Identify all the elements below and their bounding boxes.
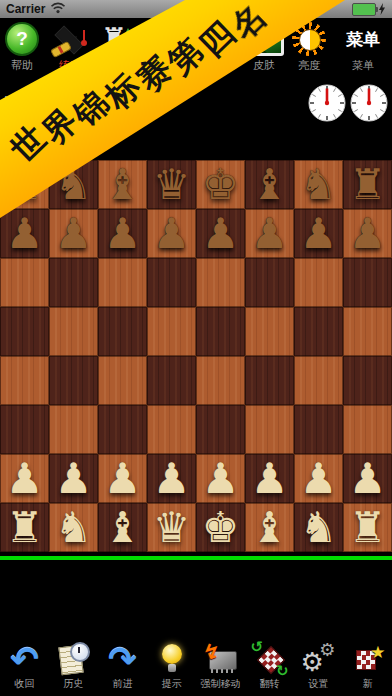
black-r-piece: ♜ [343, 160, 392, 209]
square-e5[interactable] [196, 307, 245, 356]
white-clock [308, 84, 346, 126]
undo-button[interactable]: ↶ 收回 [0, 640, 49, 696]
black-n-piece: ♞ [49, 160, 98, 209]
square-c4[interactable] [98, 356, 147, 405]
black-b-piece: ♝ [98, 160, 147, 209]
history-doc-clock-icon [57, 642, 91, 676]
rotate-ccw-icon: ↺ [251, 638, 264, 656]
hidden-icon-sliver [123, 28, 133, 38]
new-game-label: 新 [343, 678, 392, 689]
settings-button[interactable]: ⚙ ⚙ 设置 [294, 640, 343, 696]
square-a7[interactable]: ♟ [0, 209, 49, 258]
square-e6[interactable] [196, 258, 245, 307]
black-p-piece: ♟ [147, 209, 196, 258]
square-a3[interactable] [0, 405, 49, 454]
menu-label: 菜单 [343, 58, 383, 73]
white-p-piece: ♟ [0, 454, 49, 503]
carrier-label: Carrier [6, 2, 45, 16]
forward-button[interactable]: ↷ 前进 [98, 640, 147, 696]
white-b-piece: ♝ [245, 503, 294, 552]
new-board-star-icon: ★ [353, 642, 383, 676]
square-f8[interactable]: ♝ [245, 160, 294, 209]
white-p-piece: ♟ [245, 454, 294, 503]
square-c8[interactable]: ♝ [98, 160, 147, 209]
history-label: 历史 [49, 678, 98, 689]
square-b2[interactable]: ♟ [49, 454, 98, 503]
practice-button[interactable]: 练习 [50, 22, 90, 73]
square-b3[interactable] [49, 405, 98, 454]
hint-label: 提示 [147, 678, 196, 689]
square-d6[interactable] [147, 258, 196, 307]
black-k-piece: ♚ [196, 160, 245, 209]
square-g1[interactable]: ♞ [294, 503, 343, 552]
cpu-chip-icon: ↯ [203, 642, 239, 676]
square-a5[interactable] [0, 307, 49, 356]
graduation-cap-icon [51, 22, 89, 56]
history-button[interactable]: 历史 [49, 640, 98, 696]
black-p-piece: ♟ [294, 209, 343, 258]
square-d2[interactable]: ♟ [147, 454, 196, 503]
question-circle-icon: ? [5, 22, 39, 56]
undo-label: 收回 [0, 678, 49, 689]
settings-label: 设置 [294, 678, 343, 689]
battery-icon [352, 3, 376, 16]
square-h7[interactable]: ♟ [343, 209, 392, 258]
black-b-piece: ♝ [245, 160, 294, 209]
square-b7[interactable]: ♟ [49, 209, 98, 258]
top-toolbar: ? 帮助 练习 ♜ 皮肤 [0, 18, 392, 82]
square-e8[interactable]: ♚ [196, 160, 245, 209]
square-g6[interactable] [294, 258, 343, 307]
white-n-piece: ♞ [49, 503, 98, 552]
help-label: 帮助 [2, 58, 42, 73]
square-a2[interactable]: ♟ [0, 454, 49, 503]
square-h6[interactable] [343, 258, 392, 307]
black-clock [350, 84, 388, 126]
square-a6[interactable] [0, 258, 49, 307]
undo-arrow-icon: ↶ [10, 642, 39, 676]
square-e2[interactable]: ♟ [196, 454, 245, 503]
square-b4[interactable] [49, 356, 98, 405]
square-e4[interactable] [196, 356, 245, 405]
black-p-piece: ♟ [0, 209, 49, 258]
square-g2[interactable]: ♟ [294, 454, 343, 503]
charging-bolt-icon [378, 3, 386, 15]
board-bottom-green-bar [0, 556, 392, 560]
white-k-piece: ♚ [196, 503, 245, 552]
square-f5[interactable] [245, 307, 294, 356]
square-c5[interactable] [98, 307, 147, 356]
app-screen: Carrier ? 帮助 [0, 0, 392, 696]
black-p-piece: ♟ [98, 209, 147, 258]
help-button[interactable]: ? 帮助 [2, 22, 42, 73]
white-p-piece: ♟ [98, 454, 147, 503]
white-p-piece: ♟ [147, 454, 196, 503]
square-f3[interactable] [245, 405, 294, 454]
white-p-piece: ♟ [294, 454, 343, 503]
new-game-button[interactable]: ★ 新 [343, 640, 392, 696]
square-c3[interactable] [98, 405, 147, 454]
star-icon: ★ [370, 642, 385, 662]
square-f4[interactable] [245, 356, 294, 405]
square-e1[interactable]: ♚ [196, 503, 245, 552]
square-d8[interactable]: ♛ [147, 160, 196, 209]
square-d1[interactable]: ♛ [147, 503, 196, 552]
square-g7[interactable]: ♟ [294, 209, 343, 258]
lightbulb-icon [159, 642, 185, 676]
square-f1[interactable]: ♝ [245, 503, 294, 552]
practice-label: 练习 [50, 58, 90, 73]
square-a4[interactable] [0, 356, 49, 405]
black-n-piece: ♞ [294, 160, 343, 209]
rotate-cw-icon: ↻ [276, 662, 289, 680]
force-move-label: 强制移动 [196, 678, 245, 689]
white-p-piece: ♟ [343, 454, 392, 503]
status-bar: Carrier [0, 0, 392, 18]
skin-button[interactable]: 皮肤 [244, 22, 284, 73]
white-b-piece: ♝ [98, 503, 147, 552]
square-h2[interactable]: ♟ [343, 454, 392, 503]
skin-label: 皮肤 [244, 58, 284, 73]
square-c7[interactable]: ♟ [98, 209, 147, 258]
redo-arrow-icon: ↷ [108, 642, 137, 676]
square-d4[interactable] [147, 356, 196, 405]
brightness-button[interactable]: 亮度 [289, 22, 329, 73]
black-p-piece: ♟ [245, 209, 294, 258]
square-f6[interactable] [245, 258, 294, 307]
menu-word-icon: 菜单 [346, 28, 380, 51]
square-b5[interactable] [49, 307, 98, 356]
square-c1[interactable]: ♝ [98, 503, 147, 552]
square-h3[interactable] [343, 405, 392, 454]
square-e7[interactable]: ♟ [196, 209, 245, 258]
white-n-piece: ♞ [294, 503, 343, 552]
black-p-piece: ♟ [196, 209, 245, 258]
square-h8[interactable]: ♜ [343, 160, 392, 209]
black-p-piece: ♟ [343, 209, 392, 258]
square-a1[interactable]: ♜ [0, 503, 49, 552]
square-h5[interactable] [343, 307, 392, 356]
force-move-button[interactable]: ↯ 强制移动 [196, 640, 245, 696]
white-r-piece: ♜ [343, 503, 392, 552]
level-label: Lev [4, 92, 28, 109]
gears-icon: ⚙ ⚙ [301, 641, 337, 677]
hint-button[interactable]: 提示 [147, 640, 196, 696]
black-p-piece: ♟ [49, 209, 98, 258]
battery-indicator [352, 3, 386, 16]
square-c2[interactable]: ♟ [98, 454, 147, 503]
square-g8[interactable]: ♞ [294, 160, 343, 209]
black-q-piece: ♛ [147, 160, 196, 209]
menu-button[interactable]: 菜单 菜单 [343, 22, 383, 73]
square-d3[interactable] [147, 405, 196, 454]
square-c6[interactable] [98, 258, 147, 307]
black-r-piece: ♜ [0, 160, 49, 209]
square-g3[interactable] [294, 405, 343, 454]
square-d7[interactable]: ♟ [147, 209, 196, 258]
tower-button[interactable]: ♜ [94, 22, 134, 56]
square-f7[interactable]: ♟ [245, 209, 294, 258]
bottom-toolbar: ↶ 收回 历史 ↷ 前进 提示 [0, 640, 392, 696]
square-b1[interactable]: ♞ [49, 503, 98, 552]
picture-icon [244, 23, 284, 56]
square-g4[interactable] [294, 356, 343, 405]
square-h4[interactable] [343, 356, 392, 405]
square-b8[interactable]: ♞ [49, 160, 98, 209]
forward-label: 前进 [98, 678, 147, 689]
brightness-label: 亮度 [289, 58, 329, 73]
white-q-piece: ♛ [147, 503, 196, 552]
chess-board: ♜♞♝♛♚♝♞♜♟♟♟♟♟♟♟♟♟♟♟♟♟♟♟♟♜♞♝♛♚♝♞♜ [0, 160, 392, 552]
square-e3[interactable] [196, 405, 245, 454]
white-r-piece: ♜ [0, 503, 49, 552]
square-b6[interactable] [49, 258, 98, 307]
wifi-icon [50, 2, 66, 17]
square-h1[interactable]: ♜ [343, 503, 392, 552]
sun-half-icon [292, 22, 326, 56]
flip-board-icon: ↺ ↻ [252, 641, 288, 677]
white-p-piece: ♟ [49, 454, 98, 503]
square-a8[interactable]: ♜ [0, 160, 49, 209]
square-f2[interactable]: ♟ [245, 454, 294, 503]
square-d5[interactable] [147, 307, 196, 356]
flip-button[interactable]: ↺ ↻ 翻转 [245, 640, 294, 696]
white-p-piece: ♟ [196, 454, 245, 503]
square-g5[interactable] [294, 307, 343, 356]
